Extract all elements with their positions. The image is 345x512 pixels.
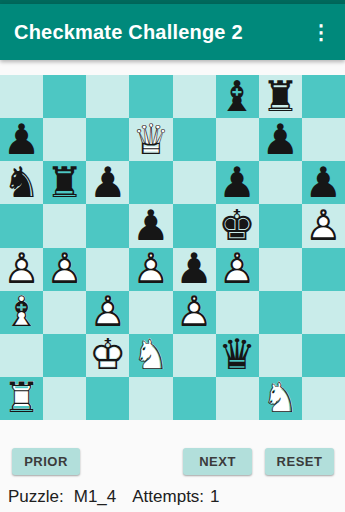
square-c5[interactable] [86,204,129,247]
piece-white-bishop[interactable]: ♝♗ [0,291,43,334]
black-piece-glyph: ♟ [216,161,259,204]
piece-black-pawn[interactable]: ♟ [173,248,216,291]
square-a2[interactable] [0,334,43,377]
black-piece-glyph: ♟ [129,204,172,247]
piece-black-pawn[interactable]: ♟ [216,161,259,204]
white-piece-glyph: ♙ [43,248,86,291]
square-a4[interactable]: ♟♙ [0,248,43,291]
app-bar: Checkmate Challenge 2 ⋮ [0,4,345,60]
piece-black-pawn[interactable]: ♟ [86,161,129,204]
square-g3[interactable] [259,291,302,334]
square-f5[interactable]: ♚ [216,204,259,247]
white-piece-glyph: ♝ [0,291,43,334]
square-h4[interactable] [302,248,345,291]
square-b2[interactable] [43,334,86,377]
square-e2[interactable] [173,334,216,377]
square-e6[interactable] [173,161,216,204]
black-piece-glyph: ♜ [259,75,302,118]
attempts-label: Attempts: [132,487,204,506]
square-d1[interactable] [129,377,172,420]
black-piece-glyph: ♝ [216,75,259,118]
white-piece-glyph: ♚ [86,334,129,377]
square-a6[interactable]: ♞ [0,161,43,204]
square-h1[interactable] [302,377,345,420]
piece-black-king[interactable]: ♚ [216,204,259,247]
square-g7[interactable]: ♟ [259,118,302,161]
square-h7[interactable] [302,118,345,161]
square-c2[interactable]: ♚♔ [86,334,129,377]
square-g8[interactable]: ♜ [259,75,302,118]
square-e1[interactable] [173,377,216,420]
white-piece-glyph: ♟ [0,248,43,291]
black-piece-glyph: ♜ [43,161,86,204]
square-g6[interactable] [259,161,302,204]
puzzle-id: M1_4 [74,487,117,506]
app-title: Checkmate Challenge 2 [0,21,243,44]
square-f7[interactable] [216,118,259,161]
white-piece-glyph: ♜ [0,377,43,420]
attempts-count: 1 [210,487,219,506]
square-b4[interactable]: ♟♙ [43,248,86,291]
square-d3[interactable] [129,291,172,334]
square-h8[interactable] [302,75,345,118]
overflow-menu-icon[interactable]: ⋮ [307,4,335,60]
black-piece-glyph: ♟ [86,161,129,204]
square-f1[interactable] [216,377,259,420]
piece-black-pawn[interactable]: ♟ [302,161,345,204]
white-piece-glyph: ♙ [302,204,345,247]
piece-black-pawn[interactable]: ♟ [0,118,43,161]
piece-black-rook[interactable]: ♜ [43,161,86,204]
square-e3[interactable]: ♟♙ [173,291,216,334]
puzzle-label: Puzzle: [8,487,64,506]
white-piece-glyph: ♘ [259,377,302,420]
piece-white-queen[interactable]: ♛♕ [129,118,172,161]
black-piece-glyph: ♛ [216,334,259,377]
square-f6[interactable]: ♟ [216,161,259,204]
square-f3[interactable] [216,291,259,334]
square-c1[interactable] [86,377,129,420]
square-e8[interactable] [173,75,216,118]
black-piece-glyph: ♚ [216,204,259,247]
white-piece-glyph: ♟ [216,248,259,291]
square-g1[interactable]: ♞♘ [259,377,302,420]
piece-white-pawn[interactable]: ♟♙ [0,248,43,291]
square-f2[interactable]: ♛ [216,334,259,377]
piece-white-pawn[interactable]: ♟♙ [129,248,172,291]
black-piece-glyph: ♟ [259,118,302,161]
square-d4[interactable]: ♟♙ [129,248,172,291]
square-a1[interactable]: ♜♖ [0,377,43,420]
square-b6[interactable]: ♜ [43,161,86,204]
white-piece-glyph: ♗ [0,291,43,334]
white-piece-glyph: ♛ [129,118,172,161]
white-piece-glyph: ♘ [129,334,172,377]
black-piece-glyph: ♟ [173,248,216,291]
square-g2[interactable] [259,334,302,377]
white-piece-glyph: ♟ [173,291,216,334]
chess-board: ♝♜♟♛♕♟♞♜♟♟♟♟♚♟♙♟♙♟♙♟♙♟♟♙♝♗♟♙♟♙♚♔♞♘♛♜♖♞♘ [0,75,345,420]
white-piece-glyph: ♙ [129,248,172,291]
square-f4[interactable]: ♟♙ [216,248,259,291]
black-piece-glyph: ♞ [0,161,43,204]
square-c4[interactable] [86,248,129,291]
square-b8[interactable] [43,75,86,118]
white-piece-glyph: ♟ [302,204,345,247]
square-b1[interactable] [43,377,86,420]
square-b7[interactable] [43,118,86,161]
piece-black-rook[interactable]: ♜ [259,75,302,118]
square-g4[interactable] [259,248,302,291]
white-piece-glyph: ♞ [129,334,172,377]
piece-white-knight[interactable]: ♞♘ [259,377,302,420]
square-g5[interactable] [259,204,302,247]
app-screen: Checkmate Challenge 2 ⋮ ♝♜♟♛♕♟♞♜♟♟♟♟♚♟♙♟… [0,0,345,512]
square-h5[interactable]: ♟♙ [302,204,345,247]
square-a7[interactable]: ♟ [0,118,43,161]
black-piece-glyph: ♟ [0,118,43,161]
piece-black-bishop[interactable]: ♝ [216,75,259,118]
next-button[interactable]: NEXT [183,448,252,475]
square-h3[interactable] [302,291,345,334]
white-piece-glyph: ♕ [129,118,172,161]
square-c3[interactable]: ♟♙ [86,291,129,334]
white-piece-glyph: ♖ [0,377,43,420]
reset-button[interactable]: RESET [265,448,334,475]
white-piece-glyph: ♙ [86,291,129,334]
square-c7[interactable] [86,118,129,161]
square-h6[interactable]: ♟ [302,161,345,204]
square-c6[interactable]: ♟ [86,161,129,204]
square-c8[interactable] [86,75,129,118]
piece-black-pawn[interactable]: ♟ [129,204,172,247]
square-e4[interactable]: ♟ [173,248,216,291]
square-d6[interactable] [129,161,172,204]
square-b5[interactable] [43,204,86,247]
white-piece-glyph: ♙ [173,291,216,334]
square-d8[interactable] [129,75,172,118]
piece-black-knight[interactable]: ♞ [0,161,43,204]
square-a3[interactable]: ♝♗ [0,291,43,334]
white-piece-glyph: ♟ [129,248,172,291]
piece-white-knight[interactable]: ♞♘ [129,334,172,377]
white-piece-glyph: ♞ [259,377,302,420]
square-d7[interactable]: ♛♕ [129,118,172,161]
black-piece-glyph: ♟ [302,161,345,204]
square-a8[interactable] [0,75,43,118]
square-b3[interactable] [43,291,86,334]
piece-white-rook[interactable]: ♜♖ [0,377,43,420]
square-a5[interactable] [0,204,43,247]
white-piece-glyph: ♟ [86,291,129,334]
piece-white-pawn[interactable]: ♟♙ [86,291,129,334]
square-e7[interactable] [173,118,216,161]
white-piece-glyph: ♙ [0,248,43,291]
white-piece-glyph: ♙ [216,248,259,291]
piece-white-pawn[interactable]: ♟♙ [43,248,86,291]
piece-white-king[interactable]: ♚♔ [86,334,129,377]
piece-black-pawn[interactable]: ♟ [259,118,302,161]
puzzle-status: Puzzle:M1_4Attempts:1 [8,487,220,507]
piece-white-pawn[interactable]: ♟♙ [302,204,345,247]
square-h2[interactable] [302,334,345,377]
white-piece-glyph: ♔ [86,334,129,377]
piece-white-pawn[interactable]: ♟♙ [173,291,216,334]
square-f8[interactable]: ♝ [216,75,259,118]
square-d5[interactable]: ♟ [129,204,172,247]
square-e5[interactable] [173,204,216,247]
prior-button[interactable]: PRIOR [12,448,80,475]
white-piece-glyph: ♟ [43,248,86,291]
piece-black-queen[interactable]: ♛ [216,334,259,377]
square-d2[interactable]: ♞♘ [129,334,172,377]
piece-white-pawn[interactable]: ♟♙ [216,248,259,291]
